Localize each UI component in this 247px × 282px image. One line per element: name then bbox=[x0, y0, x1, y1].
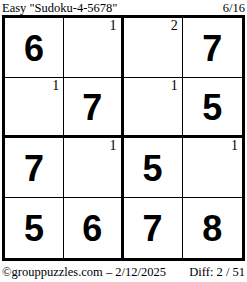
sudoku-page: Easy "Sudoku-4-5678" 6/16 6 1 2 7 1 7 bbox=[0, 0, 247, 282]
pencil-mark-r3c4: 1 bbox=[231, 139, 238, 152]
difficulty-label: Diff: 2 / 51 bbox=[189, 265, 245, 279]
cell-value-r2c2: 7 bbox=[82, 90, 102, 126]
cell-r4c3: 7 bbox=[124, 198, 183, 258]
cell-value-r4c2: 6 bbox=[82, 211, 102, 247]
cell-r2c2: 7 bbox=[64, 78, 123, 138]
cell-r2c3: 1 bbox=[124, 78, 183, 138]
sudoku-board: 6 1 2 7 1 7 1 5 bbox=[2, 15, 245, 261]
cell-r1c1: 6 bbox=[5, 18, 64, 78]
cell-r3c4: 1 bbox=[183, 138, 242, 198]
pencil-mark-r2c1: 1 bbox=[52, 79, 59, 92]
puzzle-footer: ©grouppuzzles.com – 2/12/2025 Diff: 2 / … bbox=[0, 265, 247, 279]
cell-value-r4c3: 7 bbox=[143, 211, 163, 247]
cell-r2c1: 1 bbox=[5, 78, 64, 138]
cell-value-r1c1: 6 bbox=[24, 31, 44, 67]
cell-r4c4: 8 bbox=[183, 198, 242, 258]
cell-r4c1: 5 bbox=[5, 198, 64, 258]
cell-value-r4c1: 5 bbox=[24, 211, 44, 247]
puzzle-header: Easy "Sudoku-4-5678" 6/16 bbox=[0, 0, 247, 15]
cell-value-r2c4: 5 bbox=[202, 90, 222, 126]
pencil-mark-r1c2: 1 bbox=[110, 19, 117, 32]
cell-r4c2: 6 bbox=[64, 198, 123, 258]
cell-value-r3c3: 5 bbox=[143, 151, 163, 187]
cell-value-r1c4: 7 bbox=[202, 31, 222, 67]
puzzle-title: Easy "Sudoku-4-5678" bbox=[2, 1, 117, 15]
cell-r1c3: 2 bbox=[124, 18, 183, 78]
cell-r3c3: 5 bbox=[124, 138, 183, 198]
givens-counter: 6/16 bbox=[223, 1, 245, 15]
copyright-date: ©grouppuzzles.com – 2/12/2025 bbox=[2, 265, 166, 279]
cell-value-r3c1: 7 bbox=[24, 151, 44, 187]
cell-r3c1: 7 bbox=[5, 138, 64, 198]
cell-r1c4: 7 bbox=[183, 18, 242, 78]
cell-r1c2: 1 bbox=[64, 18, 123, 78]
cell-value-r4c4: 8 bbox=[202, 211, 222, 247]
pencil-mark-r3c2: 1 bbox=[110, 139, 117, 152]
pencil-mark-r2c3: 1 bbox=[171, 79, 178, 92]
pencil-mark-r1c3: 2 bbox=[171, 19, 178, 32]
cell-r2c4: 5 bbox=[183, 78, 242, 138]
cell-r3c2: 1 bbox=[64, 138, 123, 198]
